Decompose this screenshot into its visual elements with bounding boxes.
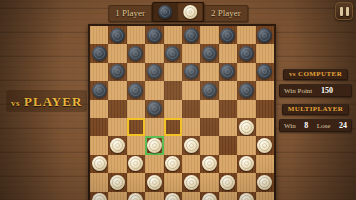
square-r2c4 xyxy=(145,44,163,62)
square-r5c6[interactable] xyxy=(182,100,200,118)
white-piece[interactable] xyxy=(92,156,107,171)
light-checker-icon xyxy=(184,5,198,19)
square-r4c9[interactable] xyxy=(237,81,255,99)
square-r6c2 xyxy=(108,118,126,136)
square-r1c7 xyxy=(200,26,218,44)
black-piece[interactable] xyxy=(110,28,125,43)
win-lose-row: Win 8 Lose 24 xyxy=(279,119,352,132)
lose-value: 24 xyxy=(339,121,347,130)
black-piece[interactable] xyxy=(202,46,217,61)
white-piece[interactable] xyxy=(92,193,107,200)
square-r7c4[interactable] xyxy=(145,136,163,154)
square-r5c4[interactable] xyxy=(145,100,163,118)
lose-label: Lose xyxy=(317,122,331,130)
square-r6c8 xyxy=(219,118,237,136)
win-point-value: 150 xyxy=(321,86,333,95)
pause-icon xyxy=(346,7,349,16)
one-player-button[interactable]: 1 Player xyxy=(108,5,152,22)
square-r2c6 xyxy=(182,44,200,62)
square-r4c1[interactable] xyxy=(90,81,108,99)
white-piece[interactable] xyxy=(128,193,143,200)
square-r7c2[interactable] xyxy=(108,136,126,154)
square-r4c6 xyxy=(182,81,200,99)
white-piece[interactable] xyxy=(220,175,235,190)
square-r9c1 xyxy=(90,173,108,191)
square-r7c5 xyxy=(164,136,182,154)
square-r6c4 xyxy=(145,118,163,136)
win-value: 8 xyxy=(304,121,308,130)
player-mode-bar: 1 Player 2 Player xyxy=(108,2,248,22)
square-r3c9 xyxy=(237,63,255,81)
black-piece[interactable] xyxy=(165,46,180,61)
square-r3c10[interactable] xyxy=(256,63,274,81)
square-r4c8 xyxy=(219,81,237,99)
square-r4c2 xyxy=(108,81,126,99)
light-checker-button[interactable] xyxy=(179,3,203,21)
square-r10c5[interactable] xyxy=(164,192,182,200)
square-r4c3[interactable] xyxy=(127,81,145,99)
square-r10c8 xyxy=(219,192,237,200)
square-r1c1 xyxy=(90,26,108,44)
black-piece[interactable] xyxy=(147,64,162,79)
dark-checker-icon xyxy=(158,5,172,19)
square-r2c5[interactable] xyxy=(164,44,182,62)
square-r1c5 xyxy=(164,26,182,44)
square-r6c9[interactable] xyxy=(237,118,255,136)
square-r9c5 xyxy=(164,173,182,191)
square-r5c1 xyxy=(90,100,108,118)
square-r2c2 xyxy=(108,44,126,62)
square-r1c4[interactable] xyxy=(145,26,163,44)
square-r1c6[interactable] xyxy=(182,26,200,44)
square-r8c9[interactable] xyxy=(237,155,255,173)
square-r3c6[interactable] xyxy=(182,63,200,81)
square-r6c10 xyxy=(256,118,274,136)
vs-player-text: PLAYER xyxy=(24,94,82,109)
black-piece[interactable] xyxy=(92,46,107,61)
square-r1c10[interactable] xyxy=(256,26,274,44)
square-r7c6[interactable] xyxy=(182,136,200,154)
black-piece[interactable] xyxy=(128,46,143,61)
square-r5c2[interactable] xyxy=(108,100,126,118)
square-r5c3 xyxy=(127,100,145,118)
pause-icon xyxy=(340,7,343,16)
square-r3c8[interactable] xyxy=(219,63,237,81)
win-point-row: Win Point 150 xyxy=(279,84,352,97)
square-r8c5[interactable] xyxy=(164,155,182,173)
square-r7c8[interactable] xyxy=(219,136,237,154)
square-r7c3 xyxy=(127,136,145,154)
square-r4c10 xyxy=(256,81,274,99)
checkers-board[interactable] xyxy=(88,24,276,200)
square-r9c4[interactable] xyxy=(145,173,163,191)
square-r9c7 xyxy=(200,173,218,191)
white-piece[interactable] xyxy=(147,175,162,190)
white-piece[interactable] xyxy=(202,156,217,171)
white-piece[interactable] xyxy=(110,175,125,190)
square-r7c10[interactable] xyxy=(256,136,274,154)
piece-color-toggle xyxy=(152,2,204,22)
square-r1c8[interactable] xyxy=(219,26,237,44)
square-r1c2[interactable] xyxy=(108,26,126,44)
black-piece[interactable] xyxy=(220,28,235,43)
square-r3c2[interactable] xyxy=(108,63,126,81)
square-r2c7[interactable] xyxy=(200,44,218,62)
vs-prefix: vs xyxy=(11,98,20,108)
square-r9c9 xyxy=(237,173,255,191)
black-piece[interactable] xyxy=(202,83,217,98)
black-piece[interactable] xyxy=(257,64,272,79)
white-piece[interactable] xyxy=(165,193,180,200)
square-r6c5[interactable] xyxy=(164,118,182,136)
square-r3c5 xyxy=(164,63,182,81)
square-r8c6 xyxy=(182,155,200,173)
square-r8c1[interactable] xyxy=(90,155,108,173)
black-piece[interactable] xyxy=(92,83,107,98)
black-piece[interactable] xyxy=(184,28,199,43)
black-piece[interactable] xyxy=(128,83,143,98)
square-r10c3[interactable] xyxy=(127,192,145,200)
dark-checker-button[interactable] xyxy=(153,3,177,21)
game-screen: 1 Player 2 Player vs PLAYER vs COMPUTER … xyxy=(0,0,356,200)
pause-button[interactable] xyxy=(335,2,353,20)
white-piece[interactable] xyxy=(239,120,254,135)
vs-computer-header: vs COMPUTER xyxy=(283,69,348,80)
stats-panel: vs COMPUTER Win Point 150 MULTIPLAYER Wi… xyxy=(279,69,352,132)
black-piece[interactable] xyxy=(239,46,254,61)
square-r10c2 xyxy=(108,192,126,200)
square-r1c9 xyxy=(237,26,255,44)
square-r8c2 xyxy=(108,155,126,173)
square-r2c8 xyxy=(219,44,237,62)
square-r3c4[interactable] xyxy=(145,63,163,81)
white-piece[interactable] xyxy=(110,138,125,153)
white-piece[interactable] xyxy=(128,156,143,171)
square-r6c7[interactable] xyxy=(200,118,218,136)
square-r9c10[interactable] xyxy=(256,173,274,191)
square-r2c10 xyxy=(256,44,274,62)
black-piece[interactable] xyxy=(110,64,125,79)
black-piece[interactable] xyxy=(239,83,254,98)
white-piece[interactable] xyxy=(202,193,217,200)
win-label: Win xyxy=(284,122,296,130)
square-r5c5 xyxy=(164,100,182,118)
two-player-button[interactable]: 2 Player xyxy=(204,5,248,22)
square-r2c9[interactable] xyxy=(237,44,255,62)
white-piece[interactable] xyxy=(147,138,162,153)
square-r6c3[interactable] xyxy=(127,118,145,136)
square-r2c3[interactable] xyxy=(127,44,145,62)
square-r3c1 xyxy=(90,63,108,81)
square-r9c2[interactable] xyxy=(108,173,126,191)
square-r10c9[interactable] xyxy=(237,192,255,200)
black-piece[interactable] xyxy=(257,28,272,43)
square-r5c9 xyxy=(237,100,255,118)
square-r9c8[interactable] xyxy=(219,173,237,191)
square-r3c3 xyxy=(127,63,145,81)
square-r6c6 xyxy=(182,118,200,136)
square-r10c4 xyxy=(145,192,163,200)
square-r5c7 xyxy=(200,100,218,118)
square-r10c1[interactable] xyxy=(90,192,108,200)
white-piece[interactable] xyxy=(184,175,199,190)
square-r10c10 xyxy=(256,192,274,200)
square-r7c1 xyxy=(90,136,108,154)
multiplayer-header: MULTIPLAYER xyxy=(282,104,350,115)
square-r1c3 xyxy=(127,26,145,44)
square-r8c8 xyxy=(219,155,237,173)
square-r4c4 xyxy=(145,81,163,99)
square-r5c8[interactable] xyxy=(219,100,237,118)
square-r8c3[interactable] xyxy=(127,155,145,173)
square-r6c1[interactable] xyxy=(90,118,108,136)
square-r7c7 xyxy=(200,136,218,154)
white-piece[interactable] xyxy=(239,193,254,200)
square-r4c5[interactable] xyxy=(164,81,182,99)
square-r2c1[interactable] xyxy=(90,44,108,62)
win-point-label: Win Point xyxy=(284,87,321,95)
white-piece[interactable] xyxy=(184,138,199,153)
black-piece[interactable] xyxy=(147,28,162,43)
square-r8c7[interactable] xyxy=(200,155,218,173)
white-piece[interactable] xyxy=(165,156,180,171)
square-r7c9 xyxy=(237,136,255,154)
square-r8c10 xyxy=(256,155,274,173)
square-r8c4 xyxy=(145,155,163,173)
black-piece[interactable] xyxy=(147,101,162,116)
white-piece[interactable] xyxy=(239,156,254,171)
square-r4c7[interactable] xyxy=(200,81,218,99)
square-r10c7[interactable] xyxy=(200,192,218,200)
white-piece[interactable] xyxy=(257,175,272,190)
square-r3c7 xyxy=(200,63,218,81)
square-r5c10[interactable] xyxy=(256,100,274,118)
black-piece[interactable] xyxy=(220,64,235,79)
square-r10c6 xyxy=(182,192,200,200)
vs-player-label: vs PLAYER xyxy=(6,90,87,112)
square-r9c6[interactable] xyxy=(182,173,200,191)
white-piece[interactable] xyxy=(257,138,272,153)
square-r9c3 xyxy=(127,173,145,191)
black-piece[interactable] xyxy=(184,64,199,79)
